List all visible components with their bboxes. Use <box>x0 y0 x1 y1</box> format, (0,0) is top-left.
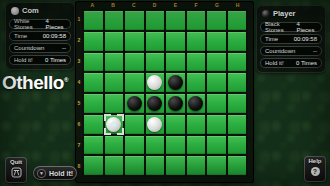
othello-board: ABCDEFGH 12345678 <box>76 2 253 182</box>
player-holdit-row: Hold it! 0 Times <box>260 58 322 68</box>
player-countdown-value: -- <box>313 48 317 54</box>
board-cell-h7[interactable] <box>228 136 247 155</box>
black-stone-e5 <box>168 96 183 111</box>
white-stone-d6 <box>147 117 162 132</box>
column-label-g: G <box>207 2 228 9</box>
board-cell-g1[interactable] <box>207 11 226 30</box>
com-countdown-row: Countdown -- <box>9 43 71 53</box>
help-button[interactable]: Help ? <box>304 156 326 182</box>
com-holdit-row: Hold it! 0 Times <box>9 55 71 65</box>
player-holdit-value: 0 Times <box>296 60 317 66</box>
player-panel: Player Black Stones 4 Pieces Time 00:09:… <box>256 5 326 73</box>
board-cell-a1[interactable] <box>84 11 103 30</box>
board-cell-g8[interactable] <box>207 156 226 175</box>
board-cell-e8[interactable] <box>166 156 185 175</box>
board-cell-c1[interactable] <box>125 11 144 30</box>
last-move-marker <box>105 115 124 134</box>
board-cell-d2[interactable] <box>146 32 165 51</box>
board-cell-e5[interactable] <box>166 94 185 113</box>
column-label-c: C <box>124 2 145 9</box>
com-time-label: Time <box>14 33 27 39</box>
com-holdit-value: 0 Times <box>45 57 66 63</box>
board-cell-c7[interactable] <box>125 136 144 155</box>
board-cell-b6[interactable] <box>105 115 124 134</box>
player-title: Player <box>273 9 296 18</box>
help-button-label: Help <box>308 158 321 164</box>
board-cell-c6[interactable] <box>125 115 144 134</box>
registered-mark: ® <box>64 77 68 83</box>
board-cell-g3[interactable] <box>207 53 226 72</box>
board-cell-f3[interactable] <box>187 53 206 72</box>
down-arrow-icon: ▼ <box>37 169 46 178</box>
player-countdown-label: Countdown <box>265 48 295 54</box>
board-cell-g6[interactable] <box>207 115 226 134</box>
board-cell-e2[interactable] <box>166 32 185 51</box>
board-cell-h8[interactable] <box>228 156 247 175</box>
white-stone-d4 <box>147 75 162 90</box>
column-label-f: F <box>186 2 207 9</box>
board-cell-c5[interactable] <box>125 94 144 113</box>
quit-button-label: Quit <box>10 159 22 165</box>
com-holdit-label: Hold it! <box>14 57 33 63</box>
board-cell-e1[interactable] <box>166 11 185 30</box>
black-stone-d5 <box>147 96 162 111</box>
board-cell-a3[interactable] <box>84 53 103 72</box>
question-icon: ? <box>310 166 321 177</box>
board-cell-a7[interactable] <box>84 136 103 155</box>
othello-game-screen: Com White Stones 4 Pieces Time 00:09:58 … <box>0 0 330 186</box>
board-cell-f2[interactable] <box>187 32 206 51</box>
board-cell-e3[interactable] <box>166 53 185 72</box>
com-countdown-value: -- <box>62 45 66 51</box>
column-label-a: A <box>82 2 103 9</box>
board-cell-a2[interactable] <box>84 32 103 51</box>
board-cell-d4[interactable] <box>146 73 165 92</box>
board-cell-h2[interactable] <box>228 32 247 51</box>
board-cell-b4[interactable] <box>105 73 124 92</box>
board-cell-b2[interactable] <box>105 32 124 51</box>
com-time-value: 00:09:58 <box>43 33 66 39</box>
com-stones-row: White Stones 4 Pieces <box>9 19 71 29</box>
board-cell-e4[interactable] <box>166 73 185 92</box>
board-cell-g2[interactable] <box>207 32 226 51</box>
player-time-row: Time 00:09:58 <box>260 34 322 44</box>
board-cell-h6[interactable] <box>228 115 247 134</box>
com-time-row: Time 00:09:58 <box>9 31 71 41</box>
board-cell-d5[interactable] <box>146 94 165 113</box>
board-cell-a4[interactable] <box>84 73 103 92</box>
column-label-d: D <box>144 2 165 9</box>
player-stones-value: 4 Pieces <box>296 21 317 33</box>
board-cell-c2[interactable] <box>125 32 144 51</box>
black-stone-c5 <box>127 96 142 111</box>
board-cell-b7[interactable] <box>105 136 124 155</box>
black-stone-e4 <box>168 75 183 90</box>
quit-button[interactable]: Quit <box>5 157 27 183</box>
column-label-h: H <box>227 2 248 9</box>
black-stone-f5 <box>188 96 203 111</box>
com-countdown-label: Countdown <box>14 45 44 51</box>
board-column-labels: ABCDEFGH <box>82 2 248 9</box>
board-cell-f5[interactable] <box>187 94 206 113</box>
board-cell-f7[interactable] <box>187 136 206 155</box>
board-cell-f4[interactable] <box>187 73 206 92</box>
board-cell-h1[interactable] <box>228 11 247 30</box>
board-cell-a6[interactable] <box>84 115 103 134</box>
board-cell-h4[interactable] <box>228 73 247 92</box>
board-cell-g4[interactable] <box>207 73 226 92</box>
board-cell-f6[interactable] <box>187 115 206 134</box>
board-grid <box>82 9 248 177</box>
board-cell-h3[interactable] <box>228 53 247 72</box>
board-cell-c4[interactable] <box>125 73 144 92</box>
com-title: Com <box>22 6 39 15</box>
exit-icon <box>11 167 22 178</box>
othello-logo: Othello® <box>2 73 68 92</box>
hold-it-button[interactable]: ▼ Hold it! <box>33 166 77 180</box>
board-cell-b1[interactable] <box>105 11 124 30</box>
board-cell-d6[interactable] <box>146 115 165 134</box>
board-cell-h5[interactable] <box>228 94 247 113</box>
board-cell-g7[interactable] <box>207 136 226 155</box>
board-cell-d8[interactable] <box>146 156 165 175</box>
player-time-label: Time <box>265 36 278 42</box>
board-cell-d1[interactable] <box>146 11 165 30</box>
board-cell-c8[interactable] <box>125 156 144 175</box>
board-cell-f8[interactable] <box>187 156 206 175</box>
board-cell-e6[interactable] <box>166 115 185 134</box>
board-cell-b5[interactable] <box>105 94 124 113</box>
player-holdit-label: Hold it! <box>265 60 284 66</box>
board-cell-e7[interactable] <box>166 136 185 155</box>
black-stone-icon <box>262 10 270 18</box>
com-panel: Com White Stones 4 Pieces Time 00:09:58 … <box>5 2 75 70</box>
com-panel-header: Com <box>5 5 75 17</box>
player-stones-row: Black Stones 4 Pieces <box>260 22 322 32</box>
hold-it-button-label: Hold it! <box>49 170 73 177</box>
column-label-e: E <box>165 2 186 9</box>
board-cell-b3[interactable] <box>105 53 124 72</box>
board-cell-d7[interactable] <box>146 136 165 155</box>
board-cell-b8[interactable] <box>105 156 124 175</box>
com-stones-label: White Stones <box>14 18 46 30</box>
board-cell-g5[interactable] <box>207 94 226 113</box>
white-stone-icon <box>11 7 19 15</box>
player-stones-label: Black Stones <box>265 21 296 33</box>
board-cell-d3[interactable] <box>146 53 165 72</box>
board-cell-a8[interactable] <box>84 156 103 175</box>
player-panel-header: Player <box>256 8 326 20</box>
player-countdown-row: Countdown -- <box>260 46 322 56</box>
com-stones-value: 4 Pieces <box>46 18 66 30</box>
board-cell-c3[interactable] <box>125 53 144 72</box>
column-label-b: B <box>103 2 124 9</box>
board-cell-f1[interactable] <box>187 11 206 30</box>
player-time-value: 00:09:58 <box>294 36 317 42</box>
board-cell-a5[interactable] <box>84 94 103 113</box>
